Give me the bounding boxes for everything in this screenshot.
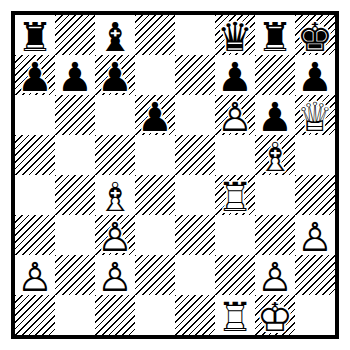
square-e4[interactable] — [175, 175, 215, 215]
square-g6[interactable]: ♟ — [255, 95, 295, 135]
square-e7[interactable] — [175, 55, 215, 95]
black-pawn[interactable]: ♟ — [55, 57, 95, 97]
square-h6[interactable]: ♛♕ — [295, 95, 335, 135]
square-a7[interactable]: ♟ — [15, 55, 55, 95]
square-f7[interactable]: ♟ — [215, 55, 255, 95]
square-e3[interactable] — [175, 215, 215, 255]
black-pawn[interactable]: ♟ — [215, 57, 255, 97]
white-king[interactable]: ♔ — [255, 297, 295, 337]
square-b6[interactable] — [55, 95, 95, 135]
square-d3[interactable] — [135, 215, 175, 255]
square-e2[interactable] — [175, 255, 215, 295]
square-g8[interactable]: ♜ — [255, 15, 295, 55]
square-b8[interactable] — [55, 15, 95, 55]
square-f6[interactable]: ♟♙ — [215, 95, 255, 135]
square-e6[interactable] — [175, 95, 215, 135]
square-g5[interactable]: ♝♗ — [255, 135, 295, 175]
square-a6[interactable] — [15, 95, 55, 135]
black-rook[interactable]: ♜ — [255, 17, 295, 57]
black-pawn[interactable]: ♟ — [15, 57, 55, 97]
chess-diagram: ♜♝♛♜♚♟♟♟♟♟♟♟♙♟♛♕♝♗♝♗♜♖♟♙♟♙♟♙♟♙♟♙♜♖♚♔ — [0, 0, 350, 350]
square-e5[interactable] — [175, 135, 215, 175]
white-queen[interactable]: ♕ — [295, 97, 335, 137]
square-h3[interactable]: ♟♙ — [295, 215, 335, 255]
white-pawn[interactable]: ♙ — [95, 217, 135, 257]
white-pawn[interactable]: ♙ — [95, 257, 135, 297]
square-h4[interactable] — [295, 175, 335, 215]
square-c3[interactable]: ♟♙ — [95, 215, 135, 255]
square-d7[interactable] — [135, 55, 175, 95]
white-pawn[interactable]: ♙ — [255, 257, 295, 297]
square-c7[interactable]: ♟ — [95, 55, 135, 95]
black-queen[interactable]: ♛ — [215, 17, 255, 57]
square-e8[interactable] — [175, 15, 215, 55]
white-pawn[interactable]: ♙ — [215, 97, 255, 137]
black-pawn[interactable]: ♟ — [295, 57, 335, 97]
square-h8[interactable]: ♚ — [295, 15, 335, 55]
square-f3[interactable] — [215, 215, 255, 255]
square-a3[interactable] — [15, 215, 55, 255]
square-g1[interactable]: ♚♔ — [255, 295, 295, 335]
square-d5[interactable] — [135, 135, 175, 175]
black-pawn[interactable]: ♟ — [255, 97, 295, 137]
square-d6[interactable]: ♟ — [135, 95, 175, 135]
square-h2[interactable] — [295, 255, 335, 295]
square-d8[interactable] — [135, 15, 175, 55]
square-a4[interactable] — [15, 175, 55, 215]
square-g2[interactable]: ♟♙ — [255, 255, 295, 295]
square-f5[interactable] — [215, 135, 255, 175]
square-d2[interactable] — [135, 255, 175, 295]
black-rook[interactable]: ♜ — [15, 17, 55, 57]
white-pawn[interactable]: ♙ — [295, 217, 335, 257]
square-c2[interactable]: ♟♙ — [95, 255, 135, 295]
square-f8[interactable]: ♛ — [215, 15, 255, 55]
square-c5[interactable] — [95, 135, 135, 175]
square-g4[interactable] — [255, 175, 295, 215]
square-b3[interactable] — [55, 215, 95, 255]
square-h7[interactable]: ♟ — [295, 55, 335, 95]
white-rook[interactable]: ♖ — [215, 297, 255, 337]
square-a2[interactable]: ♟♙ — [15, 255, 55, 295]
square-b1[interactable] — [55, 295, 95, 335]
square-c4[interactable]: ♝♗ — [95, 175, 135, 215]
square-f2[interactable] — [215, 255, 255, 295]
black-bishop[interactable]: ♝ — [95, 17, 135, 57]
square-c6[interactable] — [95, 95, 135, 135]
square-d4[interactable] — [135, 175, 175, 215]
square-a1[interactable] — [15, 295, 55, 335]
square-g7[interactable] — [255, 55, 295, 95]
square-b5[interactable] — [55, 135, 95, 175]
white-bishop[interactable]: ♗ — [95, 177, 135, 217]
black-pawn[interactable]: ♟ — [95, 57, 135, 97]
square-b2[interactable] — [55, 255, 95, 295]
square-f4[interactable]: ♜♖ — [215, 175, 255, 215]
square-g3[interactable] — [255, 215, 295, 255]
square-b4[interactable] — [55, 175, 95, 215]
square-b7[interactable]: ♟ — [55, 55, 95, 95]
chess-board: ♜♝♛♜♚♟♟♟♟♟♟♟♙♟♛♕♝♗♝♗♜♖♟♙♟♙♟♙♟♙♟♙♜♖♚♔ — [11, 11, 339, 339]
square-d1[interactable] — [135, 295, 175, 335]
square-c1[interactable] — [95, 295, 135, 335]
black-king[interactable]: ♚ — [295, 17, 335, 57]
square-c8[interactable]: ♝ — [95, 15, 135, 55]
black-pawn[interactable]: ♟ — [135, 97, 175, 137]
square-f1[interactable]: ♜♖ — [215, 295, 255, 335]
white-pawn[interactable]: ♙ — [15, 257, 55, 297]
square-h5[interactable] — [295, 135, 335, 175]
square-a8[interactable]: ♜ — [15, 15, 55, 55]
white-rook[interactable]: ♖ — [215, 177, 255, 217]
square-a5[interactable] — [15, 135, 55, 175]
square-e1[interactable] — [175, 295, 215, 335]
square-h1[interactable] — [295, 295, 335, 335]
white-bishop[interactable]: ♗ — [255, 137, 295, 177]
